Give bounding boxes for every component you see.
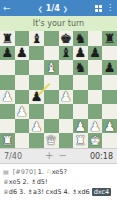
black-rook: ♜: [1, 32, 13, 45]
square-b6[interactable]: [15, 60, 30, 75]
square-h6[interactable]: ♟: [102, 60, 117, 75]
square-a7[interactable]: ♟: [0, 46, 15, 61]
square-c7[interactable]: [29, 46, 44, 61]
square-a5[interactable]: [0, 75, 15, 90]
square-g6[interactable]: [88, 60, 103, 75]
move-token[interactable]: ♗d5!: [31, 178, 48, 186]
black-pawn: ♟: [1, 46, 13, 59]
chess-board[interactable]: ♜♝♚♞♜♟♟♝♟♟♝♞♟♟♟♟♟♟♟♟♟♜♛♜♚: [0, 31, 117, 148]
move-token[interactable]: [#970]: [13, 168, 36, 176]
square-c2[interactable]: ♟: [29, 119, 44, 134]
move-token[interactable]: 3.: [19, 188, 25, 196]
white-pawn: ♟: [75, 120, 87, 133]
square-g4[interactable]: [88, 90, 103, 105]
black-king: ♚: [60, 32, 72, 45]
chess-app-screen: ← ❮ 1/4 ❯ ⋮ It's your turn ♜♝♚♞♜♟♟♝♟♟♝♞♟…: [0, 0, 117, 200]
black-knight: ♞: [75, 32, 87, 45]
square-g5[interactable]: [88, 75, 103, 90]
square-h4[interactable]: [102, 90, 117, 105]
white-rook: ♜: [75, 134, 87, 147]
move-token[interactable]: 4.: [64, 188, 70, 196]
square-g8[interactable]: [88, 31, 103, 46]
square-a1[interactable]: ♜: [0, 133, 15, 148]
square-e5[interactable]: [59, 75, 74, 90]
square-c1[interactable]: [29, 133, 44, 148]
square-b8[interactable]: [15, 31, 30, 46]
square-c6[interactable]: [29, 60, 44, 75]
move-token[interactable]: ♘xe5?: [46, 168, 67, 176]
square-a3[interactable]: [0, 104, 15, 119]
move-control-bar: 7/40 + − 00:18: [0, 148, 117, 164]
white-pawn: ♟: [1, 90, 13, 103]
move-notation: ▤ [#970]1.♘xe5?♕xe52.♗d5!♕d63.♗a3!cxd54.…: [0, 164, 117, 197]
move-token[interactable]: ♕d6: [3, 188, 17, 196]
square-g7[interactable]: ♟: [88, 46, 103, 61]
white-king: ♚: [89, 134, 101, 147]
next-puzzle-button[interactable]: ❯: [63, 5, 68, 12]
puzzle-counter-label: 1/4: [46, 4, 60, 13]
grid-view-icon[interactable]: [95, 5, 102, 12]
square-d6[interactable]: ♝: [44, 60, 59, 75]
square-h3[interactable]: [102, 104, 117, 119]
square-b7[interactable]: ♟: [15, 46, 30, 61]
square-d1[interactable]: ♛: [44, 133, 59, 148]
square-d8[interactable]: [44, 31, 59, 46]
move-token[interactable]: 2.: [23, 178, 29, 186]
black-knight: ♞: [75, 61, 87, 74]
white-pawn: ♟: [31, 120, 43, 133]
square-a8[interactable]: ♜: [0, 31, 15, 46]
black-rook: ♜: [104, 32, 116, 45]
back-button[interactable]: ←: [3, 0, 11, 16]
square-c5[interactable]: [29, 75, 44, 90]
square-h8[interactable]: ♜: [102, 31, 117, 46]
square-f5[interactable]: [73, 75, 88, 90]
white-pawn: ♟: [16, 105, 28, 118]
square-g1[interactable]: ♚: [88, 133, 103, 148]
plus-button[interactable]: +: [45, 149, 53, 163]
square-b1[interactable]: [15, 133, 30, 148]
notation-list-icon[interactable]: ▤: [3, 168, 9, 175]
white-queen: ♛: [45, 134, 57, 147]
square-f1[interactable]: ♜: [73, 133, 88, 148]
square-c3[interactable]: [29, 104, 44, 119]
square-h7[interactable]: [102, 46, 117, 61]
move-token[interactable]: ♗a3!: [27, 188, 44, 196]
black-pawn: ♟: [31, 90, 43, 103]
square-d7[interactable]: [44, 46, 59, 61]
square-b2[interactable]: [15, 119, 30, 134]
square-h5[interactable]: [102, 75, 117, 90]
square-f7[interactable]: ♟: [73, 46, 88, 61]
white-bishop: ♝: [45, 61, 57, 74]
topbar-actions: ⋮: [95, 0, 114, 16]
black-pawn: ♟: [104, 61, 116, 74]
square-b4[interactable]: [15, 90, 30, 105]
square-c4[interactable]: ♟: [29, 90, 44, 105]
square-h1[interactable]: [102, 133, 117, 148]
square-e8[interactable]: ♚: [59, 31, 74, 46]
square-f2[interactable]: ♟: [73, 119, 88, 134]
square-g2[interactable]: ♟: [88, 119, 103, 134]
square-g3[interactable]: [88, 104, 103, 119]
move-token[interactable]: ♗xd6: [72, 188, 90, 196]
square-e6[interactable]: [59, 60, 74, 75]
prev-puzzle-button[interactable]: ❮: [38, 5, 43, 12]
square-f6[interactable]: ♞: [73, 60, 88, 75]
square-a6[interactable]: [0, 60, 15, 75]
black-bishop: ♝: [31, 32, 43, 45]
square-e2[interactable]: [59, 119, 74, 134]
square-f3[interactable]: [73, 104, 88, 119]
puzzle-pager: ❮ 1/4 ❯: [38, 4, 68, 13]
current-move-token[interactable]: dxc4: [92, 188, 112, 196]
square-d5[interactable]: [44, 75, 59, 90]
square-d3[interactable]: [44, 104, 59, 119]
square-f4[interactable]: [73, 90, 88, 105]
white-pawn: ♟: [60, 90, 72, 103]
square-d2[interactable]: [44, 119, 59, 134]
minus-button[interactable]: −: [58, 149, 66, 163]
move-counter: 7/40: [4, 152, 22, 161]
white-pawn: ♟: [89, 120, 101, 133]
square-e3[interactable]: [59, 104, 74, 119]
square-e7[interactable]: ♝: [59, 46, 74, 61]
square-d4[interactable]: [44, 90, 59, 105]
white-pawn: ♟: [104, 120, 116, 133]
square-a2[interactable]: [0, 119, 15, 134]
white-rook: ♜: [1, 134, 13, 147]
top-app-bar: ← ❮ 1/4 ❯ ⋮: [0, 0, 117, 16]
overflow-menu-icon[interactable]: ⋮: [106, 0, 114, 16]
black-bishop: ♝: [60, 46, 72, 59]
square-e1[interactable]: [59, 133, 74, 148]
black-pawn: ♟: [16, 46, 28, 59]
clock: 00:18: [90, 152, 113, 161]
square-b5[interactable]: [15, 75, 30, 90]
move-token[interactable]: cxd5: [46, 188, 62, 196]
square-b3[interactable]: ♟: [15, 104, 30, 119]
square-c8[interactable]: ♝: [29, 31, 44, 46]
zoom-controls: + −: [45, 149, 67, 163]
move-token[interactable]: 1.: [38, 168, 44, 176]
square-h2[interactable]: ♟: [102, 119, 117, 134]
square-f8[interactable]: ♞: [73, 31, 88, 46]
square-e4[interactable]: ♟: [59, 90, 74, 105]
turn-banner: It's your turn: [0, 16, 117, 31]
move-token[interactable]: ♕xe5: [3, 178, 21, 186]
black-pawn: ♟: [75, 46, 87, 59]
black-pawn: ♟: [89, 46, 101, 59]
square-a4[interactable]: ♟: [0, 90, 15, 105]
